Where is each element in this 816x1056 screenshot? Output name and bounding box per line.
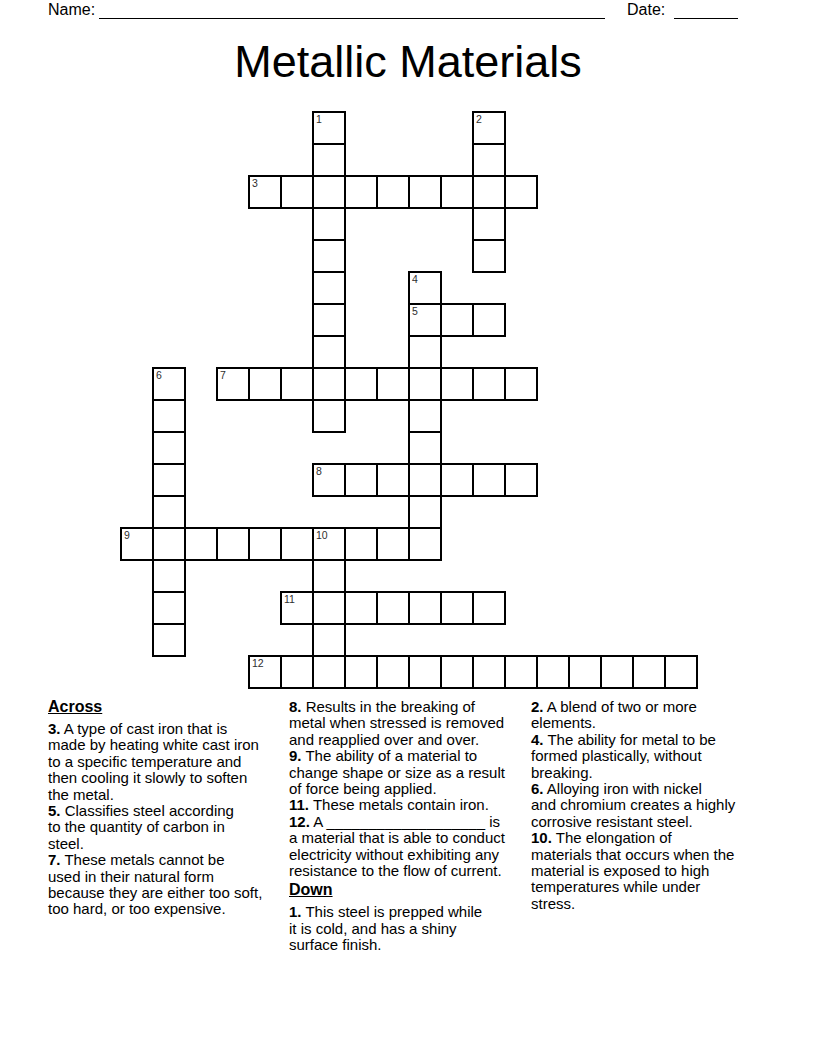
across-heading: Across: [48, 698, 288, 716]
clue-down-10: 10. The elongation of materials that occ…: [531, 830, 783, 912]
cell-number-3: 3: [252, 178, 258, 188]
grid-cell-r8c9[interactable]: [408, 367, 442, 401]
clue-column-middle: 8. Results in the breaking of metal when…: [289, 699, 535, 954]
grid-cell-r14c1[interactable]: [152, 559, 186, 593]
name-label: Name:: [48, 1, 95, 19]
grid-cell-r1c6[interactable]: [312, 143, 346, 177]
grid-cell-r13c2[interactable]: [184, 527, 218, 561]
grid-cell-r2c5[interactable]: [280, 175, 314, 209]
clue-down-4: 4. The ability for metal to be formed pl…: [531, 732, 783, 781]
grid-cell-r17c5[interactable]: [280, 655, 314, 689]
grid-cell-r3c6[interactable]: [312, 207, 346, 241]
clue-number: 11.: [289, 796, 309, 813]
clue-number: 5.: [48, 802, 61, 819]
clue-number: 2.: [531, 698, 544, 715]
page-title: Metallic Materials: [0, 36, 816, 88]
clue-across-7: 7. These metals cannot be used in their …: [48, 852, 288, 918]
grid-cell-r17c11[interactable]: [472, 655, 506, 689]
clue-column-across: Across 3. A type of cast iron that is ma…: [48, 698, 288, 918]
clue-across-11: 11. These metals contain iron.: [289, 797, 535, 813]
grid-cell-r13c5[interactable]: [280, 527, 314, 561]
grid-cell-r11c7[interactable]: [344, 463, 378, 497]
crossword-grid: 123456789101112: [120, 111, 699, 690]
grid-cell-r12c1[interactable]: [152, 495, 186, 529]
cell-number-10: 10: [316, 530, 328, 540]
grid-cell-r15c8[interactable]: [376, 591, 410, 625]
cell-number-5: 5: [412, 306, 418, 316]
clue-down-6: 6. Alloying iron with nickel and chromiu…: [531, 781, 783, 830]
clue-text: Alloying iron with nickel and chromium c…: [531, 780, 735, 830]
grid-cell-r4c6[interactable]: [312, 239, 346, 273]
clue-text: The elongation of materials that occurs …: [531, 829, 734, 912]
grid-cell-r7c6[interactable]: [312, 335, 346, 369]
grid-cell-r10c1[interactable]: [152, 431, 186, 465]
grid-cell-r17c16[interactable]: [632, 655, 666, 689]
clue-text: The ability of a material to change shap…: [289, 747, 505, 797]
clue-across-12: 12. A ___________________ is a material …: [289, 814, 535, 880]
down-heading: Down: [289, 881, 535, 899]
grid-cell-r17c10[interactable]: [440, 655, 474, 689]
clue-text: These metals cannot be used in their nat…: [48, 851, 262, 917]
clue-number: 7.: [48, 851, 61, 868]
grid-cell-r2c10[interactable]: [440, 175, 474, 209]
clue-text: These metals contain iron.: [313, 796, 489, 813]
clue-text: A ___________________ is a material that…: [289, 813, 505, 879]
clue-down-2: 2. A blend of two or more elements.: [531, 699, 783, 732]
date-blank-line: [674, 3, 738, 19]
grid-cell-r6c11[interactable]: [472, 303, 506, 337]
grid-cell-r12c9[interactable]: [408, 495, 442, 529]
clue-down-1: 1. This steel is prepped while it is col…: [289, 904, 535, 953]
cell-number-11: 11: [284, 594, 295, 604]
grid-cell-r17c14[interactable]: [568, 655, 602, 689]
grid-cell-r8c12[interactable]: [504, 367, 538, 401]
grid-cell-r2c8[interactable]: [376, 175, 410, 209]
grid-cell-r15c10[interactable]: [440, 591, 474, 625]
grid-cell-r13c7[interactable]: [344, 527, 378, 561]
cell-number-4: 4: [412, 274, 418, 284]
grid-cell-r14c6[interactable]: [312, 559, 346, 593]
grid-cell-r11c1[interactable]: [152, 463, 186, 497]
clue-number: 3.: [48, 720, 61, 737]
grid-cell-r8c8[interactable]: [376, 367, 410, 401]
grid-cell-r17c17[interactable]: [664, 655, 698, 689]
grid-cell-r9c9[interactable]: [408, 399, 442, 433]
clue-text: This steel is prepped while it is cold, …: [289, 903, 482, 953]
cell-number-2: 2: [476, 114, 482, 124]
grid-cell-r8c6[interactable]: [312, 367, 346, 401]
clue-text: The ability for metal to be formed plast…: [531, 731, 716, 781]
cell-number-12: 12: [252, 658, 264, 668]
grid-cell-r2c12[interactable]: [504, 175, 538, 209]
grid-cell-r13c4[interactable]: [248, 527, 282, 561]
clue-number: 1.: [289, 903, 302, 920]
grid-cell-r2c7[interactable]: [344, 175, 378, 209]
grid-cell-r2c6[interactable]: [312, 175, 346, 209]
grid-cell-r4c11[interactable]: [472, 239, 506, 273]
grid-cell-r7c9[interactable]: [408, 335, 442, 369]
grid-cell-r13c8[interactable]: [376, 527, 410, 561]
grid-cell-r15c11[interactable]: [472, 591, 506, 625]
clue-number: 12.: [289, 813, 310, 830]
clue-across-8: 8. Results in the breaking of metal when…: [289, 699, 535, 748]
grid-cell-r17c12[interactable]: [504, 655, 538, 689]
grid-cell-r6c10[interactable]: [440, 303, 474, 337]
name-blank-line: [99, 3, 605, 19]
grid-cell-r11c10[interactable]: [440, 463, 474, 497]
grid-cell-r15c7[interactable]: [344, 591, 378, 625]
clue-number: 6.: [531, 780, 544, 797]
grid-cell-r8c7[interactable]: [344, 367, 378, 401]
grid-cell-r5c6[interactable]: [312, 271, 346, 305]
clue-across-5: 5. Classifies steel according to the qua…: [48, 803, 288, 852]
grid-cell-r11c8[interactable]: [376, 463, 410, 497]
clue-number: 4.: [531, 731, 544, 748]
grid-cell-r13c9[interactable]: [408, 527, 442, 561]
clue-number: 9.: [289, 747, 302, 764]
grid-cell-r8c10[interactable]: [440, 367, 474, 401]
cell-number-8: 8: [316, 466, 322, 476]
grid-cell-r6c6[interactable]: [312, 303, 346, 337]
clue-text: A type of cast iron that is made by heat…: [48, 720, 259, 803]
grid-cell-r11c11[interactable]: [472, 463, 506, 497]
grid-cell-r8c4[interactable]: [248, 367, 282, 401]
clue-across-3: 3. A type of cast iron that is made by h…: [48, 721, 288, 803]
grid-cell-r16c1[interactable]: [152, 623, 186, 657]
grid-cell-r17c6[interactable]: [312, 655, 346, 689]
grid-cell-r17c13[interactable]: [536, 655, 570, 689]
grid-cell-r15c9[interactable]: [408, 591, 442, 625]
date-label: Date:: [627, 1, 665, 19]
clue-text: Classifies steel according to the quanti…: [48, 802, 234, 852]
grid-cell-r15c6[interactable]: [312, 591, 346, 625]
cell-number-7: 7: [220, 370, 226, 380]
grid-cell-r13c1[interactable]: [152, 527, 186, 561]
grid-cell-r17c9[interactable]: [408, 655, 442, 689]
grid-cell-r13c3[interactable]: [216, 527, 250, 561]
grid-cell-r2c9[interactable]: [408, 175, 442, 209]
grid-cell-r17c8[interactable]: [376, 655, 410, 689]
worksheet-page: Name: Date: Metallic Materials 123456789…: [0, 0, 816, 1056]
cell-number-6: 6: [156, 370, 162, 380]
grid-cell-r16c6[interactable]: [312, 623, 346, 657]
clue-number: 10.: [531, 829, 552, 846]
clue-column-down: 2. A blend of two or more elements. 4. T…: [531, 699, 783, 912]
grid-cell-r10c9[interactable]: [408, 431, 442, 465]
grid-cell-r9c6[interactable]: [312, 399, 346, 433]
clue-text: Results in the breaking of metal when st…: [289, 698, 504, 748]
grid-cell-r3c11[interactable]: [472, 207, 506, 241]
grid-cell-r8c11[interactable]: [472, 367, 506, 401]
grid-cell-r1c11[interactable]: [472, 143, 506, 177]
clue-text: A blend of two or more elements.: [531, 698, 697, 731]
cell-number-1: 1: [316, 114, 322, 124]
grid-cell-r2c11[interactable]: [472, 175, 506, 209]
grid-cell-r9c1[interactable]: [152, 399, 186, 433]
grid-cell-r17c7[interactable]: [344, 655, 378, 689]
clue-number: 8.: [289, 698, 302, 715]
cell-number-9: 9: [124, 530, 130, 540]
grid-cell-r15c1[interactable]: [152, 591, 186, 625]
grid-cell-r11c12[interactable]: [504, 463, 538, 497]
clue-across-9: 9. The ability of a material to change s…: [289, 748, 535, 797]
grid-cell-r17c15[interactable]: [600, 655, 634, 689]
grid-cell-r8c5[interactable]: [280, 367, 314, 401]
grid-cell-r11c9[interactable]: [408, 463, 442, 497]
